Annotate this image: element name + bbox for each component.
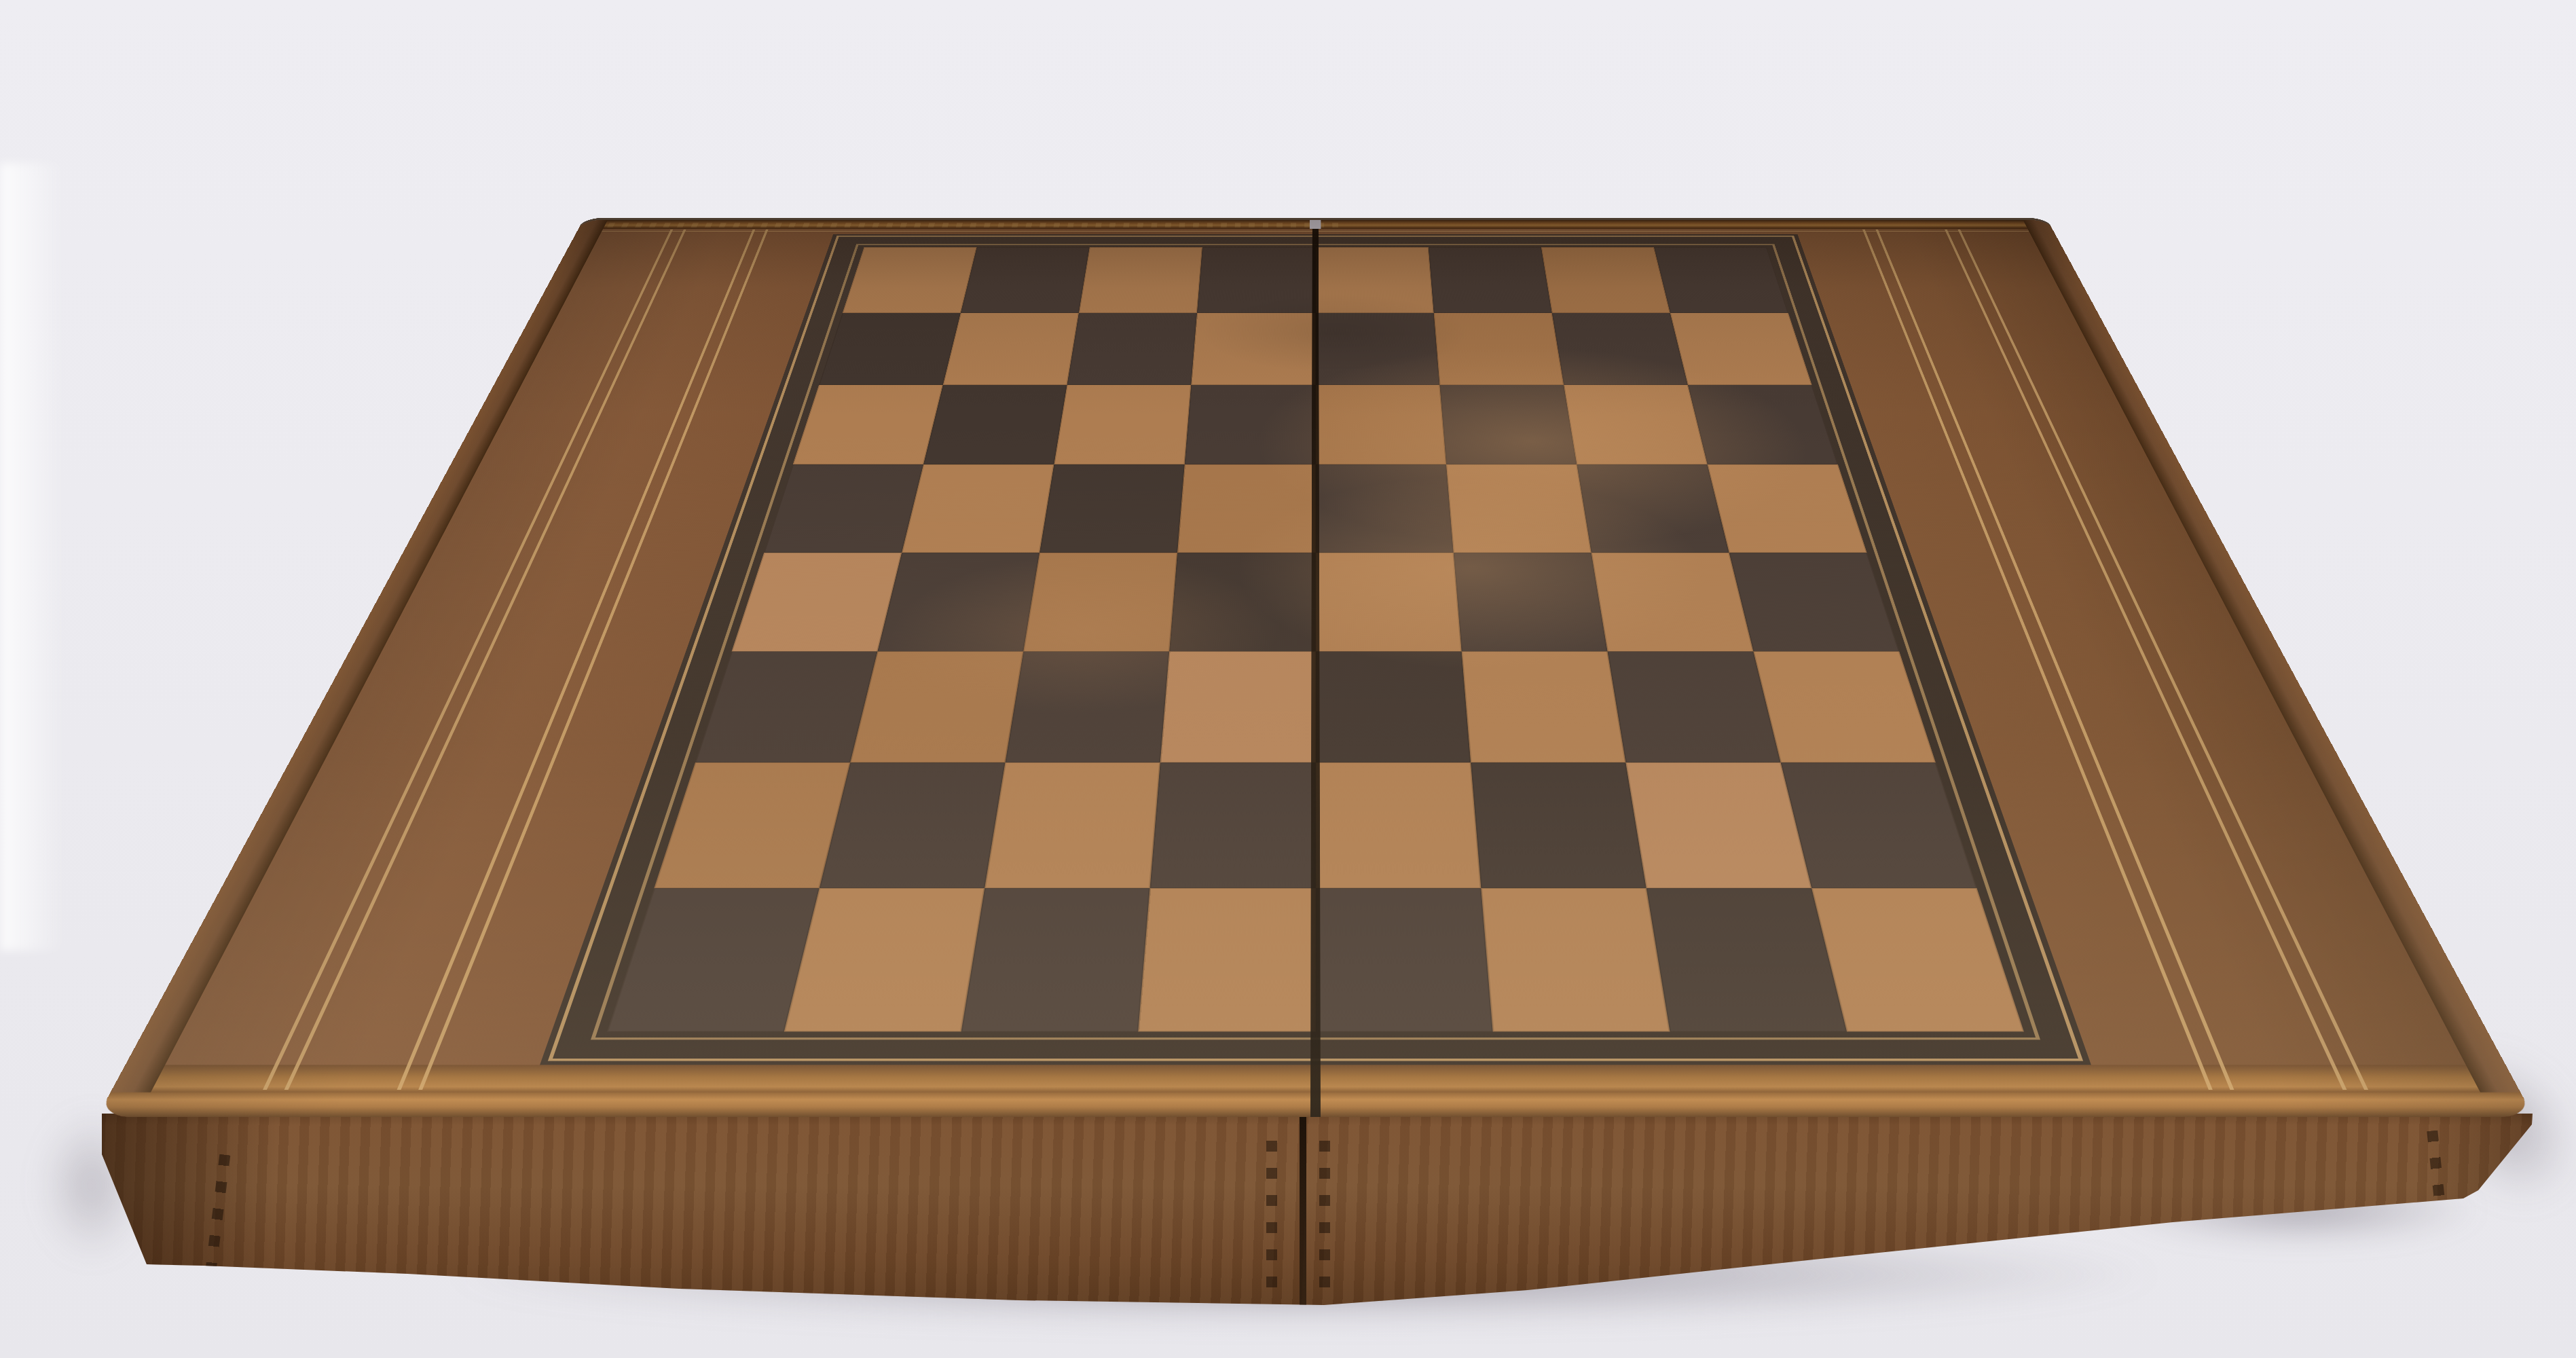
- square-f5: [1446, 464, 1591, 553]
- square-c4: [1023, 553, 1177, 651]
- square-b2: [820, 763, 1006, 888]
- square-h7: [1670, 313, 1812, 385]
- square-b4: [878, 553, 1040, 651]
- square-e2: [1315, 763, 1481, 888]
- square-d3: [1160, 651, 1315, 762]
- square-h8: [1654, 247, 1788, 312]
- square-f6: [1439, 385, 1577, 464]
- square-f1: [1481, 888, 1670, 1032]
- square-b3: [850, 651, 1023, 762]
- square-a6: [793, 385, 943, 464]
- square-e1: [1315, 888, 1492, 1032]
- square-g4: [1591, 553, 1753, 651]
- square-c7: [1067, 313, 1197, 385]
- rim-left: [97, 220, 608, 1117]
- square-c6: [1054, 385, 1192, 464]
- square-b7: [943, 313, 1079, 385]
- square-d5: [1177, 464, 1315, 553]
- square-d2: [1150, 763, 1316, 888]
- square-c8: [1079, 247, 1202, 312]
- square-e3: [1315, 651, 1470, 762]
- square-c2: [985, 763, 1160, 888]
- square-e4: [1315, 553, 1461, 651]
- square-d7: [1192, 313, 1316, 385]
- square-c3: [1006, 651, 1170, 762]
- square-b6: [923, 385, 1067, 464]
- square-e8: [1315, 247, 1433, 312]
- square-g3: [1607, 651, 1780, 762]
- square-e7: [1315, 313, 1439, 385]
- square-a8: [843, 247, 977, 312]
- square-g5: [1577, 464, 1729, 553]
- rim-right: [2023, 220, 2534, 1117]
- square-h6: [1688, 385, 1838, 464]
- square-d8: [1197, 247, 1315, 312]
- square-g6: [1564, 385, 1708, 464]
- square-a5: [764, 464, 923, 553]
- square-c5: [1039, 464, 1185, 553]
- backdrop: [0, 0, 2576, 1358]
- square-g8: [1541, 247, 1670, 312]
- square-e6: [1315, 385, 1446, 464]
- board-top-face: [97, 220, 2534, 1117]
- square-d6: [1185, 385, 1315, 464]
- square-b8: [961, 247, 1090, 312]
- square-f8: [1429, 247, 1552, 312]
- square-g2: [1625, 763, 1811, 888]
- square-f3: [1461, 651, 1625, 762]
- square-d1: [1139, 888, 1316, 1032]
- square-d4: [1169, 553, 1315, 651]
- square-f2: [1471, 763, 1646, 888]
- square-a7: [819, 313, 961, 385]
- square-c1: [961, 888, 1150, 1032]
- square-e5: [1315, 464, 1453, 553]
- square-f7: [1433, 313, 1563, 385]
- square-f4: [1453, 553, 1607, 651]
- square-b1: [784, 888, 985, 1032]
- perspective-scene: [0, 0, 2576, 1358]
- square-b5: [902, 464, 1054, 553]
- hinge-gap-notch: [1310, 220, 1321, 229]
- square-g7: [1552, 313, 1688, 385]
